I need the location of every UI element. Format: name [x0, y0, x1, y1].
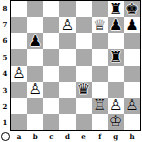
square-b8[interactable] — [27, 1, 43, 17]
square-d4[interactable] — [59, 66, 75, 82]
rank-label-8: 8 — [0, 0, 10, 16]
white-pawn: ♙ — [28, 82, 41, 97]
square-h4[interactable] — [124, 66, 140, 82]
white-pawn: ♙ — [12, 66, 25, 81]
square-g6[interactable] — [108, 33, 124, 49]
square-e4[interactable] — [76, 66, 92, 82]
square-h5[interactable] — [124, 49, 140, 65]
square-h3[interactable] — [124, 82, 140, 98]
square-b2[interactable] — [27, 98, 43, 114]
chess-board: ♜♚♙♕♟♟♟♜♙♙♛♖♙♙♔ — [10, 0, 141, 131]
file-label-d: d — [59, 131, 75, 142]
square-a8[interactable] — [11, 1, 27, 17]
white-king: ♔ — [109, 114, 122, 129]
square-d5[interactable] — [59, 49, 75, 65]
square-b1[interactable] — [27, 114, 43, 130]
square-g8[interactable]: ♜ — [108, 1, 124, 17]
square-a6[interactable] — [11, 33, 27, 49]
square-e2[interactable] — [76, 98, 92, 114]
square-b4[interactable] — [27, 66, 43, 82]
square-f3[interactable] — [92, 82, 108, 98]
file-label-g: g — [108, 131, 124, 142]
square-a3[interactable] — [11, 82, 27, 98]
square-g1[interactable]: ♔ — [108, 114, 124, 130]
square-c6[interactable] — [43, 33, 59, 49]
square-b3[interactable]: ♙ — [27, 82, 43, 98]
square-g2[interactable]: ♙ — [108, 98, 124, 114]
square-d1[interactable] — [59, 114, 75, 130]
rank-label-6: 6 — [0, 33, 10, 49]
black-queen: ♛ — [77, 82, 90, 97]
black-pawn: ♟ — [125, 18, 138, 33]
file-labels: abcdefgh — [11, 131, 140, 142]
square-f4[interactable] — [92, 66, 108, 82]
square-h8[interactable]: ♚ — [124, 1, 140, 17]
square-e6[interactable] — [76, 33, 92, 49]
square-d8[interactable] — [59, 1, 75, 17]
file-label-c: c — [43, 131, 59, 142]
square-e7[interactable] — [76, 17, 92, 33]
white-pawn: ♙ — [109, 98, 122, 113]
square-b5[interactable] — [27, 49, 43, 65]
file-label-h: h — [124, 131, 140, 142]
black-pawn: ♟ — [109, 18, 122, 33]
rank-label-3: 3 — [0, 82, 10, 98]
rank-label-7: 7 — [0, 16, 10, 32]
square-f2[interactable]: ♖ — [92, 98, 108, 114]
square-h1[interactable] — [124, 114, 140, 130]
square-a4[interactable]: ♙ — [11, 66, 27, 82]
square-g3[interactable] — [108, 82, 124, 98]
square-c7[interactable] — [43, 17, 59, 33]
black-rook: ♜ — [109, 50, 122, 65]
square-a7[interactable] — [11, 17, 27, 33]
square-e5[interactable] — [76, 49, 92, 65]
white-pawn: ♙ — [61, 18, 74, 33]
square-b6[interactable]: ♟ — [27, 33, 43, 49]
square-d6[interactable] — [59, 33, 75, 49]
square-h6[interactable] — [124, 33, 140, 49]
square-d2[interactable] — [59, 98, 75, 114]
rank-label-4: 4 — [0, 66, 10, 82]
square-f7[interactable]: ♕ — [92, 17, 108, 33]
square-c4[interactable] — [43, 66, 59, 82]
white-pawn: ♙ — [125, 98, 138, 113]
white-queen: ♕ — [93, 18, 106, 33]
file-label-a: a — [11, 131, 27, 142]
square-c2[interactable] — [43, 98, 59, 114]
square-g5[interactable]: ♜ — [108, 49, 124, 65]
square-c8[interactable] — [43, 1, 59, 17]
square-e1[interactable] — [76, 114, 92, 130]
chess-diagram: 87654321 ♜♚♙♕♟♟♟♜♙♙♛♖♙♙♔ abcdefgh — [0, 0, 142, 142]
square-c1[interactable] — [43, 114, 59, 130]
square-f5[interactable] — [92, 49, 108, 65]
square-h2[interactable]: ♙ — [124, 98, 140, 114]
square-d7[interactable]: ♙ — [59, 17, 75, 33]
black-king: ♚ — [125, 2, 138, 17]
square-f1[interactable] — [92, 114, 108, 130]
white-to-move-icon — [1, 132, 10, 141]
square-d3[interactable] — [59, 82, 75, 98]
rank-labels: 87654321 — [0, 0, 10, 131]
square-c5[interactable] — [43, 49, 59, 65]
file-label-e: e — [76, 131, 92, 142]
square-e8[interactable] — [76, 1, 92, 17]
square-h7[interactable]: ♟ — [124, 17, 140, 33]
rank-label-5: 5 — [0, 49, 10, 65]
rank-label-1: 1 — [0, 115, 10, 131]
square-f6[interactable] — [92, 33, 108, 49]
square-e3[interactable]: ♛ — [76, 82, 92, 98]
black-rook: ♜ — [109, 2, 122, 17]
file-label-f: f — [92, 131, 108, 142]
square-a1[interactable] — [11, 114, 27, 130]
square-a5[interactable] — [11, 49, 27, 65]
square-f8[interactable] — [92, 1, 108, 17]
square-g4[interactable] — [108, 66, 124, 82]
square-c3[interactable] — [43, 82, 59, 98]
white-rook: ♖ — [93, 98, 106, 113]
rank-label-2: 2 — [0, 98, 10, 114]
black-pawn: ♟ — [28, 34, 41, 49]
square-a2[interactable] — [11, 98, 27, 114]
file-label-b: b — [27, 131, 43, 142]
square-g7[interactable]: ♟ — [108, 17, 124, 33]
square-b7[interactable] — [27, 17, 43, 33]
